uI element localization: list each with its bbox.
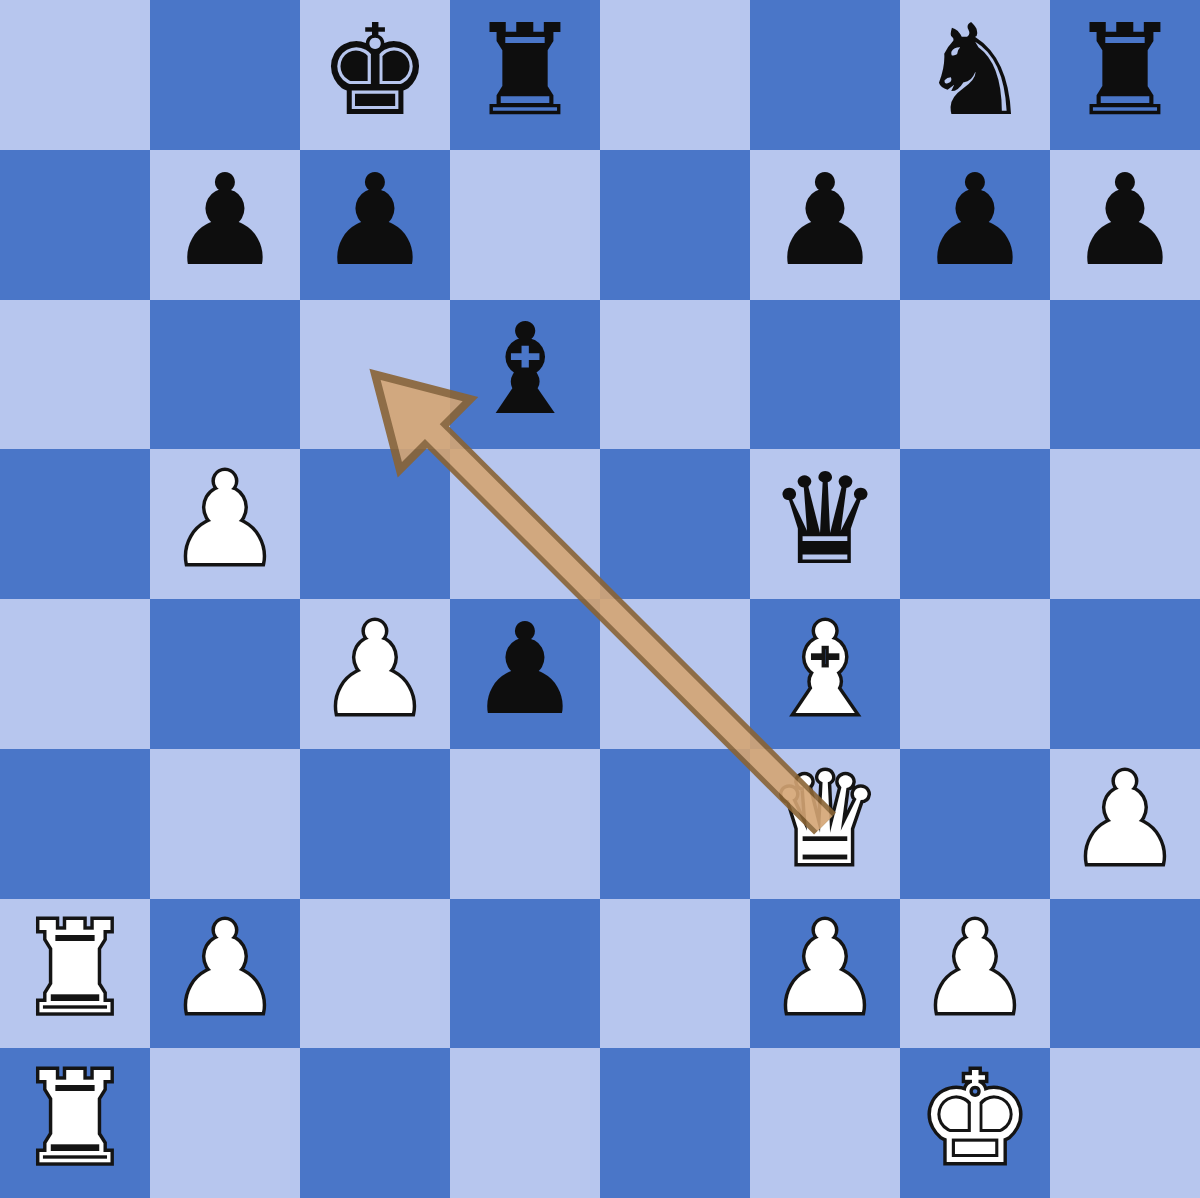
square-h2[interactable] (1050, 899, 1200, 1049)
square-d8[interactable]: ♜ (450, 0, 600, 150)
square-a3[interactable] (0, 749, 150, 899)
white-pawn[interactable]: ♟ (769, 906, 882, 1032)
square-h5[interactable] (1050, 449, 1200, 599)
white-pawn[interactable]: ♟ (319, 607, 432, 733)
square-h3[interactable]: ♟ (1050, 749, 1200, 899)
white-pawn[interactable]: ♟ (919, 906, 1032, 1032)
square-b8[interactable] (150, 0, 300, 150)
square-a2[interactable]: ♜ (0, 899, 150, 1049)
white-pawn[interactable]: ♟ (169, 457, 282, 583)
square-g3[interactable] (900, 749, 1050, 899)
square-d5[interactable] (450, 449, 600, 599)
square-h1[interactable] (1050, 1048, 1200, 1198)
white-pawn[interactable]: ♟ (169, 906, 282, 1032)
square-c2[interactable] (300, 899, 450, 1049)
square-g8[interactable]: ♞ (900, 0, 1050, 150)
square-e5[interactable] (600, 449, 750, 599)
black-rook[interactable]: ♜ (1069, 8, 1182, 134)
square-f1[interactable] (750, 1048, 900, 1198)
black-pawn[interactable]: ♟ (919, 158, 1032, 284)
square-g4[interactable] (900, 599, 1050, 749)
square-b2[interactable]: ♟ (150, 899, 300, 1049)
square-d7[interactable] (450, 150, 600, 300)
square-c6[interactable] (300, 300, 450, 450)
square-g7[interactable]: ♟ (900, 150, 1050, 300)
square-e8[interactable] (600, 0, 750, 150)
white-rook[interactable]: ♜ (19, 906, 132, 1032)
square-d6[interactable]: ♝ (450, 300, 600, 450)
square-a6[interactable] (0, 300, 150, 450)
black-pawn[interactable]: ♟ (469, 607, 582, 733)
square-e3[interactable] (600, 749, 750, 899)
black-pawn[interactable]: ♟ (1069, 158, 1182, 284)
square-f2[interactable]: ♟ (750, 899, 900, 1049)
square-c5[interactable] (300, 449, 450, 599)
square-d2[interactable] (450, 899, 600, 1049)
square-b4[interactable] (150, 599, 300, 749)
square-c1[interactable] (300, 1048, 450, 1198)
square-c4[interactable]: ♟ (300, 599, 450, 749)
square-d1[interactable] (450, 1048, 600, 1198)
square-g5[interactable] (900, 449, 1050, 599)
square-e6[interactable] (600, 300, 750, 450)
square-h4[interactable] (1050, 599, 1200, 749)
square-a5[interactable] (0, 449, 150, 599)
square-f4[interactable]: ♝ (750, 599, 900, 749)
black-pawn[interactable]: ♟ (769, 158, 882, 284)
white-queen[interactable]: ♛ (769, 757, 882, 883)
black-queen[interactable]: ♛ (769, 457, 882, 583)
square-d3[interactable] (450, 749, 600, 899)
black-knight[interactable]: ♞ (919, 8, 1032, 134)
white-rook[interactable]: ♜ (19, 1056, 132, 1182)
square-f6[interactable] (750, 300, 900, 450)
square-g2[interactable]: ♟ (900, 899, 1050, 1049)
black-pawn[interactable]: ♟ (169, 158, 282, 284)
black-king[interactable]: ♚ (319, 8, 432, 134)
square-e4[interactable] (600, 599, 750, 749)
square-b1[interactable] (150, 1048, 300, 1198)
square-f8[interactable] (750, 0, 900, 150)
square-c3[interactable] (300, 749, 450, 899)
black-bishop[interactable]: ♝ (469, 307, 582, 433)
chess-board: ♚♜♞♜♟♟♟♟♟♝♟♛♟♟♝♛♟♜♟♟♟♜♚ (0, 0, 1200, 1198)
square-e1[interactable] (600, 1048, 750, 1198)
square-b6[interactable] (150, 300, 300, 450)
white-king[interactable]: ♚ (919, 1056, 1032, 1182)
square-b5[interactable]: ♟ (150, 449, 300, 599)
square-d4[interactable]: ♟ (450, 599, 600, 749)
black-rook[interactable]: ♜ (469, 8, 582, 134)
square-a4[interactable] (0, 599, 150, 749)
square-g6[interactable] (900, 300, 1050, 450)
square-a8[interactable] (0, 0, 150, 150)
white-pawn[interactable]: ♟ (1069, 757, 1182, 883)
square-a1[interactable]: ♜ (0, 1048, 150, 1198)
board-wrap: ♚♜♞♜♟♟♟♟♟♝♟♛♟♟♝♛♟♜♟♟♟♜♚ (0, 0, 1200, 1198)
square-c7[interactable]: ♟ (300, 150, 450, 300)
square-e2[interactable] (600, 899, 750, 1049)
square-a7[interactable] (0, 150, 150, 300)
square-h8[interactable]: ♜ (1050, 0, 1200, 150)
square-b7[interactable]: ♟ (150, 150, 300, 300)
square-f5[interactable]: ♛ (750, 449, 900, 599)
square-c8[interactable]: ♚ (300, 0, 450, 150)
white-bishop[interactable]: ♝ (769, 607, 882, 733)
square-b3[interactable] (150, 749, 300, 899)
square-h6[interactable] (1050, 300, 1200, 450)
square-f3[interactable]: ♛ (750, 749, 900, 899)
square-e7[interactable] (600, 150, 750, 300)
square-g1[interactable]: ♚ (900, 1048, 1050, 1198)
black-pawn[interactable]: ♟ (319, 158, 432, 284)
square-h7[interactable]: ♟ (1050, 150, 1200, 300)
square-f7[interactable]: ♟ (750, 150, 900, 300)
